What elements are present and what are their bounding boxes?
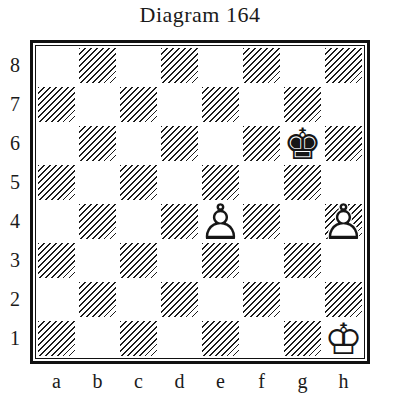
- square-e8: [200, 46, 241, 85]
- square-d5: [159, 163, 200, 202]
- square-c5: [118, 163, 159, 202]
- square-f4: [241, 202, 282, 241]
- square-b2: [77, 280, 118, 319]
- square-g1: [282, 319, 323, 358]
- square-a8: [36, 46, 77, 85]
- square-g4: [282, 202, 323, 241]
- square-f2: [241, 280, 282, 319]
- square-e1: [200, 319, 241, 358]
- square-a1: [36, 319, 77, 358]
- square-a4: [36, 202, 77, 241]
- file-label-c: c: [118, 366, 159, 396]
- square-g7: [282, 85, 323, 124]
- square-f5: [241, 163, 282, 202]
- piece-halo: ♟: [323, 203, 364, 242]
- square-f1: [241, 319, 282, 358]
- file-label-f: f: [241, 366, 282, 396]
- square-d8: [159, 46, 200, 85]
- square-c2: [118, 280, 159, 319]
- square-d6: [159, 124, 200, 163]
- rank-label-7: 7: [4, 85, 26, 124]
- rank-label-4: 4: [4, 202, 26, 241]
- square-a2: [36, 280, 77, 319]
- square-d1: [159, 319, 200, 358]
- square-c8: [118, 46, 159, 85]
- piece-halo: ♚: [323, 320, 364, 359]
- square-g2: [282, 280, 323, 319]
- file-label-e: e: [200, 366, 241, 396]
- square-d3: [159, 241, 200, 280]
- square-b1: [77, 319, 118, 358]
- file-labels: abcdefgh: [36, 366, 364, 396]
- square-c3: [118, 241, 159, 280]
- square-h1: ♚♔: [323, 319, 364, 358]
- square-a7: [36, 85, 77, 124]
- square-b4: [77, 202, 118, 241]
- square-e4: ♟♙: [200, 202, 241, 241]
- square-g6: ♚♚: [282, 124, 323, 163]
- file-label-a: a: [36, 366, 77, 396]
- square-c6: [118, 124, 159, 163]
- square-a5: [36, 163, 77, 202]
- file-label-h: h: [323, 366, 364, 396]
- square-e6: [200, 124, 241, 163]
- rank-label-5: 5: [4, 163, 26, 202]
- square-a6: [36, 124, 77, 163]
- rank-label-1: 1: [4, 319, 26, 358]
- square-b3: [77, 241, 118, 280]
- square-d7: [159, 85, 200, 124]
- square-c7: [118, 85, 159, 124]
- white-king: ♔: [323, 320, 364, 359]
- file-label-d: d: [159, 366, 200, 396]
- file-label-b: b: [77, 366, 118, 396]
- square-h5: [323, 163, 364, 202]
- square-g8: [282, 46, 323, 85]
- square-b8: [77, 46, 118, 85]
- square-b5: [77, 163, 118, 202]
- square-g5: [282, 163, 323, 202]
- rank-label-6: 6: [4, 124, 26, 163]
- square-h6: [323, 124, 364, 163]
- diagram-title: Diagram 164: [0, 2, 400, 28]
- square-f8: [241, 46, 282, 85]
- square-e2: [200, 280, 241, 319]
- rank-label-2: 2: [4, 280, 26, 319]
- square-h3: [323, 241, 364, 280]
- square-e5: [200, 163, 241, 202]
- chess-diagram-page: Diagram 164 87654321 ♚♚♟♙♟♙♚♔ abcdefgh: [0, 0, 400, 400]
- square-f6: [241, 124, 282, 163]
- square-e7: [200, 85, 241, 124]
- piece-halo: ♟: [200, 203, 241, 242]
- square-d2: [159, 280, 200, 319]
- rank-labels: 87654321: [4, 46, 26, 358]
- chessboard-grid: ♚♚♟♙♟♙♚♔: [35, 45, 365, 359]
- file-label-g: g: [282, 366, 323, 396]
- square-h2: [323, 280, 364, 319]
- piece-halo: ♚: [282, 125, 323, 164]
- square-g3: [282, 241, 323, 280]
- white-pawn: ♙: [323, 203, 364, 242]
- square-b7: [77, 85, 118, 124]
- square-e3: [200, 241, 241, 280]
- square-c1: [118, 319, 159, 358]
- black-king: ♚: [282, 125, 323, 164]
- square-a3: [36, 241, 77, 280]
- chessboard: ♚♚♟♙♟♙♚♔: [30, 40, 370, 364]
- square-c4: [118, 202, 159, 241]
- white-pawn: ♙: [200, 203, 241, 242]
- square-d4: [159, 202, 200, 241]
- square-b6: [77, 124, 118, 163]
- square-f7: [241, 85, 282, 124]
- rank-label-8: 8: [4, 46, 26, 85]
- square-h8: [323, 46, 364, 85]
- square-h7: [323, 85, 364, 124]
- square-h4: ♟♙: [323, 202, 364, 241]
- rank-label-3: 3: [4, 241, 26, 280]
- square-f3: [241, 241, 282, 280]
